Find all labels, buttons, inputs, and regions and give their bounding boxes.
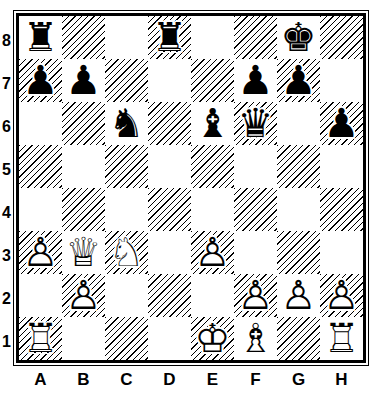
piece-outline-layer: ♗ <box>234 317 277 360</box>
file-labels: ABCDEFGH <box>19 368 363 392</box>
file-label-d: D <box>148 368 191 392</box>
piece-black-queen-f6[interactable]: ♛ <box>234 102 277 145</box>
piece-outline-layer: ♙ <box>191 231 234 274</box>
square-b7[interactable]: ♟ <box>62 59 105 102</box>
piece-outline-layer: ♙ <box>234 274 277 317</box>
square-f3[interactable] <box>234 231 277 274</box>
file-label-e: E <box>191 368 234 392</box>
square-h6[interactable]: ♟ <box>320 102 363 145</box>
piece-black-pawn-a7[interactable]: ♟ <box>19 59 62 102</box>
square-e5[interactable] <box>191 145 234 188</box>
square-e6[interactable]: ♝ <box>191 102 234 145</box>
square-g6[interactable] <box>277 102 320 145</box>
piece-outline-layer: ♘ <box>105 231 148 274</box>
rank-label-7: 7 <box>0 59 13 102</box>
piece-white-pawn-h2[interactable]: ♟♙ <box>320 274 363 317</box>
square-c8[interactable] <box>105 16 148 59</box>
square-a6[interactable] <box>19 102 62 145</box>
square-e1[interactable]: ♚♔ <box>191 317 234 360</box>
rank-label-8: 8 <box>0 16 13 59</box>
file-label-g: G <box>277 368 320 392</box>
square-d5[interactable] <box>148 145 191 188</box>
square-b4[interactable] <box>62 188 105 231</box>
piece-white-pawn-a3[interactable]: ♟♙ <box>19 231 62 274</box>
square-c4[interactable] <box>105 188 148 231</box>
file-label-f: F <box>234 368 277 392</box>
piece-outline-layer: ♔ <box>191 317 234 360</box>
square-d4[interactable] <box>148 188 191 231</box>
piece-white-king-e1[interactable]: ♚♔ <box>191 317 234 360</box>
piece-white-pawn-b2[interactable]: ♟♙ <box>62 274 105 317</box>
square-f1[interactable]: ♝♗ <box>234 317 277 360</box>
rank-label-5: 5 <box>0 145 13 188</box>
square-g7[interactable]: ♟ <box>277 59 320 102</box>
piece-outline-layer: ♖ <box>19 317 62 360</box>
square-c1[interactable] <box>105 317 148 360</box>
square-h7[interactable] <box>320 59 363 102</box>
square-c7[interactable] <box>105 59 148 102</box>
square-b8[interactable] <box>62 16 105 59</box>
square-g5[interactable] <box>277 145 320 188</box>
chess-diagram: 87654321 ♜♜♚♟♟♟♟♞♝♛♟♟♙♛♕♞♘♟♙♟♙♟♙♟♙♟♙♜♖♚♔… <box>0 0 387 394</box>
piece-white-bishop-f1[interactable]: ♝♗ <box>234 317 277 360</box>
piece-outline-layer: ♙ <box>62 274 105 317</box>
piece-white-pawn-g2[interactable]: ♟♙ <box>277 274 320 317</box>
file-label-c: C <box>105 368 148 392</box>
piece-black-pawn-g7[interactable]: ♟ <box>277 59 320 102</box>
square-h1[interactable]: ♜♖ <box>320 317 363 360</box>
square-a7[interactable]: ♟ <box>19 59 62 102</box>
piece-outline-layer: ♙ <box>19 231 62 274</box>
piece-white-queen-b3[interactable]: ♛♕ <box>62 231 105 274</box>
piece-outline-layer: ♙ <box>320 274 363 317</box>
piece-black-rook-d8[interactable]: ♜ <box>148 16 191 59</box>
square-e2[interactable] <box>191 274 234 317</box>
square-f7[interactable]: ♟ <box>234 59 277 102</box>
square-g1[interactable] <box>277 317 320 360</box>
square-c2[interactable] <box>105 274 148 317</box>
square-b6[interactable] <box>62 102 105 145</box>
square-a1[interactable]: ♜♖ <box>19 317 62 360</box>
square-c6[interactable]: ♞ <box>105 102 148 145</box>
piece-white-knight-c3[interactable]: ♞♘ <box>105 231 148 274</box>
square-f4[interactable] <box>234 188 277 231</box>
piece-black-pawn-b7[interactable]: ♟ <box>62 59 105 102</box>
board: ♜♜♚♟♟♟♟♞♝♛♟♟♙♛♕♞♘♟♙♟♙♟♙♟♙♟♙♜♖♚♔♝♗♜♖ <box>16 13 366 363</box>
board-frame: ♜♜♚♟♟♟♟♞♝♛♟♟♙♛♕♞♘♟♙♟♙♟♙♟♙♟♙♜♖♚♔♝♗♜♖ <box>13 10 369 366</box>
square-h3[interactable] <box>320 231 363 274</box>
square-e4[interactable] <box>191 188 234 231</box>
rank-label-2: 2 <box>0 274 13 317</box>
square-d1[interactable] <box>148 317 191 360</box>
piece-outline-layer: ♕ <box>62 231 105 274</box>
square-b1[interactable] <box>62 317 105 360</box>
piece-white-rook-h1[interactable]: ♜♖ <box>320 317 363 360</box>
piece-black-pawn-f7[interactable]: ♟ <box>234 59 277 102</box>
square-f2[interactable]: ♟♙ <box>234 274 277 317</box>
square-g4[interactable] <box>277 188 320 231</box>
square-d3[interactable] <box>148 231 191 274</box>
square-g2[interactable]: ♟♙ <box>277 274 320 317</box>
rank-label-3: 3 <box>0 231 13 274</box>
rank-label-1: 1 <box>0 317 13 360</box>
square-e8[interactable] <box>191 16 234 59</box>
piece-white-rook-a1[interactable]: ♜♖ <box>19 317 62 360</box>
square-d7[interactable] <box>148 59 191 102</box>
file-label-b: B <box>62 368 105 392</box>
square-a2[interactable] <box>19 274 62 317</box>
square-b2[interactable]: ♟♙ <box>62 274 105 317</box>
square-f6[interactable]: ♛ <box>234 102 277 145</box>
square-d6[interactable] <box>148 102 191 145</box>
piece-black-knight-c6[interactable]: ♞ <box>105 102 148 145</box>
square-a8[interactable]: ♜ <box>19 16 62 59</box>
square-e3[interactable]: ♟♙ <box>191 231 234 274</box>
square-h8[interactable] <box>320 16 363 59</box>
square-g8[interactable]: ♚ <box>277 16 320 59</box>
square-f8[interactable] <box>234 16 277 59</box>
square-h5[interactable] <box>320 145 363 188</box>
file-label-a: A <box>19 368 62 392</box>
piece-outline-layer: ♖ <box>320 317 363 360</box>
square-d2[interactable] <box>148 274 191 317</box>
file-label-h: H <box>320 368 363 392</box>
piece-black-king-g8[interactable]: ♚ <box>277 16 320 59</box>
square-g3[interactable] <box>277 231 320 274</box>
square-c5[interactable] <box>105 145 148 188</box>
square-h4[interactable] <box>320 188 363 231</box>
piece-white-pawn-f2[interactable]: ♟♙ <box>234 274 277 317</box>
square-d8[interactable]: ♜ <box>148 16 191 59</box>
square-a5[interactable] <box>19 145 62 188</box>
square-a4[interactable] <box>19 188 62 231</box>
square-c3[interactable]: ♞♘ <box>105 231 148 274</box>
square-b5[interactable] <box>62 145 105 188</box>
square-h2[interactable]: ♟♙ <box>320 274 363 317</box>
piece-outline-layer: ♙ <box>277 274 320 317</box>
piece-black-rook-a8[interactable]: ♜ <box>19 16 62 59</box>
square-e7[interactable] <box>191 59 234 102</box>
piece-black-pawn-h6[interactable]: ♟ <box>320 102 363 145</box>
piece-white-pawn-e3[interactable]: ♟♙ <box>191 231 234 274</box>
rank-label-6: 6 <box>0 102 13 145</box>
square-f5[interactable] <box>234 145 277 188</box>
square-b3[interactable]: ♛♕ <box>62 231 105 274</box>
rank-label-4: 4 <box>0 188 13 231</box>
square-a3[interactable]: ♟♙ <box>19 231 62 274</box>
rank-labels: 87654321 <box>0 16 13 360</box>
piece-black-bishop-e6[interactable]: ♝ <box>191 102 234 145</box>
